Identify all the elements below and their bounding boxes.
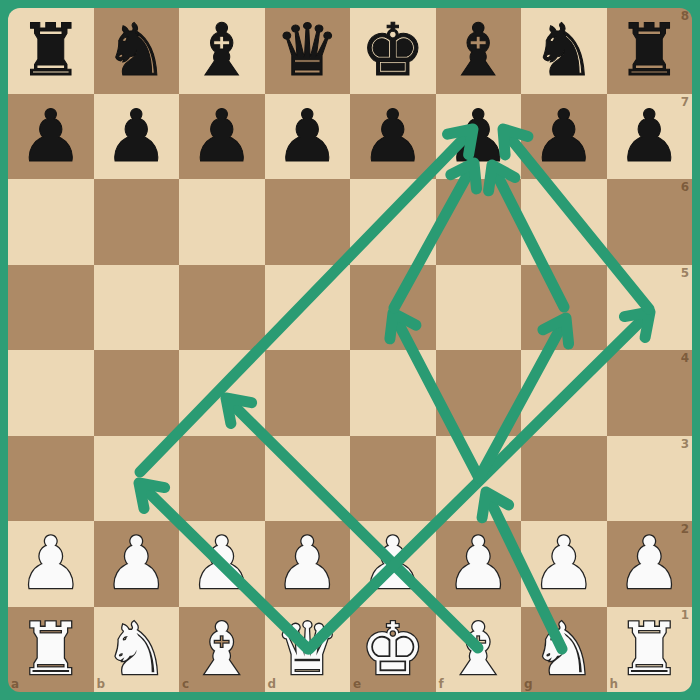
piece-black-knight-b8[interactable]: ♞	[94, 8, 180, 94]
square-f7[interactable]: ♟	[436, 94, 522, 180]
piece-black-rook-h8[interactable]: ♜	[607, 8, 693, 94]
square-h3[interactable]: 3	[607, 436, 693, 522]
piece-black-king-e8[interactable]: ♚	[350, 8, 436, 94]
square-b3[interactable]	[94, 436, 180, 522]
square-h6[interactable]: 6	[607, 179, 693, 265]
chess-board: ♜♞♝♛♚♝♞♜8♟♟♟♟♟♟♟♟76543♟♟♟♟♟♟♟♟2♜a♞b♝c♛d♚…	[8, 8, 692, 692]
square-b4[interactable]	[94, 350, 180, 436]
square-e4[interactable]	[350, 350, 436, 436]
square-d4[interactable]	[265, 350, 351, 436]
square-b7[interactable]: ♟	[94, 94, 180, 180]
file-label-a: a	[11, 677, 19, 691]
piece-black-pawn-a7[interactable]: ♟	[8, 94, 94, 180]
piece-white-pawn-c2[interactable]: ♟	[179, 521, 265, 607]
piece-black-queen-d8[interactable]: ♛	[265, 8, 351, 94]
piece-black-knight-g8[interactable]: ♞	[521, 8, 607, 94]
file-label-g: g	[524, 677, 533, 691]
rank-label-2: 2	[681, 522, 689, 536]
rank-label-1: 1	[681, 608, 689, 622]
square-e3[interactable]	[350, 436, 436, 522]
square-d3[interactable]	[265, 436, 351, 522]
square-c5[interactable]	[179, 265, 265, 351]
square-d7[interactable]: ♟	[265, 94, 351, 180]
piece-white-pawn-e2[interactable]: ♟	[350, 521, 436, 607]
piece-black-bishop-f8[interactable]: ♝	[436, 8, 522, 94]
square-e6[interactable]	[350, 179, 436, 265]
square-d2[interactable]: ♟	[265, 521, 351, 607]
square-b8[interactable]: ♞	[94, 8, 180, 94]
square-h7[interactable]: ♟7	[607, 94, 693, 180]
square-c4[interactable]	[179, 350, 265, 436]
square-c8[interactable]: ♝	[179, 8, 265, 94]
piece-white-rook-h1[interactable]: ♜	[607, 607, 693, 693]
rank-label-8: 8	[681, 9, 689, 23]
square-f1[interactable]: ♝f	[436, 607, 522, 693]
piece-white-knight-b1[interactable]: ♞	[94, 607, 180, 693]
file-label-c: c	[182, 677, 189, 691]
rank-label-6: 6	[681, 180, 689, 194]
square-c2[interactable]: ♟	[179, 521, 265, 607]
file-label-e: e	[353, 677, 361, 691]
rank-label-3: 3	[681, 437, 689, 451]
square-b2[interactable]: ♟	[94, 521, 180, 607]
square-d8[interactable]: ♛	[265, 8, 351, 94]
square-c6[interactable]	[179, 179, 265, 265]
square-e1[interactable]: ♚e	[350, 607, 436, 693]
piece-white-pawn-b2[interactable]: ♟	[94, 521, 180, 607]
square-e2[interactable]: ♟	[350, 521, 436, 607]
square-b5[interactable]	[94, 265, 180, 351]
square-g7[interactable]: ♟	[521, 94, 607, 180]
piece-black-pawn-b7[interactable]: ♟	[94, 94, 180, 180]
square-f4[interactable]	[436, 350, 522, 436]
square-b1[interactable]: ♞b	[94, 607, 180, 693]
square-e5[interactable]	[350, 265, 436, 351]
square-c1[interactable]: ♝c	[179, 607, 265, 693]
piece-white-king-e1[interactable]: ♚	[350, 607, 436, 693]
file-label-h: h	[610, 677, 619, 691]
square-a5[interactable]	[8, 265, 94, 351]
piece-white-pawn-d2[interactable]: ♟	[265, 521, 351, 607]
square-d5[interactable]	[265, 265, 351, 351]
rank-label-5: 5	[681, 266, 689, 280]
piece-black-pawn-d7[interactable]: ♟	[265, 94, 351, 180]
square-a2[interactable]: ♟	[8, 521, 94, 607]
square-g4[interactable]	[521, 350, 607, 436]
square-h2[interactable]: ♟2	[607, 521, 693, 607]
square-f8[interactable]: ♝	[436, 8, 522, 94]
square-d6[interactable]	[265, 179, 351, 265]
square-g6[interactable]	[521, 179, 607, 265]
square-g3[interactable]	[521, 436, 607, 522]
square-g5[interactable]	[521, 265, 607, 351]
square-d1[interactable]: ♛d	[265, 607, 351, 693]
piece-white-bishop-c1[interactable]: ♝	[179, 607, 265, 693]
square-h8[interactable]: ♜8	[607, 8, 693, 94]
piece-white-pawn-g2[interactable]: ♟	[521, 521, 607, 607]
piece-black-bishop-c8[interactable]: ♝	[179, 8, 265, 94]
piece-black-pawn-f7[interactable]: ♟	[436, 94, 522, 180]
piece-black-pawn-h7[interactable]: ♟	[607, 94, 693, 180]
square-f3[interactable]	[436, 436, 522, 522]
square-a3[interactable]	[8, 436, 94, 522]
file-label-f: f	[439, 677, 444, 691]
file-label-b: b	[97, 677, 106, 691]
square-f6[interactable]	[436, 179, 522, 265]
square-h1[interactable]: ♜1h	[607, 607, 693, 693]
square-a8[interactable]: ♜	[8, 8, 94, 94]
square-e8[interactable]: ♚	[350, 8, 436, 94]
piece-white-pawn-f2[interactable]: ♟	[436, 521, 522, 607]
square-a1[interactable]: ♜a	[8, 607, 94, 693]
square-h4[interactable]: 4	[607, 350, 693, 436]
rank-label-7: 7	[681, 95, 689, 109]
square-g1[interactable]: ♞g	[521, 607, 607, 693]
square-h5[interactable]: 5	[607, 265, 693, 351]
square-g8[interactable]: ♞	[521, 8, 607, 94]
piece-black-rook-a8[interactable]: ♜	[8, 8, 94, 94]
square-b6[interactable]	[94, 179, 180, 265]
file-label-d: d	[268, 677, 277, 691]
square-g2[interactable]: ♟	[521, 521, 607, 607]
square-a7[interactable]: ♟	[8, 94, 94, 180]
square-c7[interactable]: ♟	[179, 94, 265, 180]
square-c3[interactable]	[179, 436, 265, 522]
piece-white-knight-g1[interactable]: ♞	[521, 607, 607, 693]
piece-white-rook-a1[interactable]: ♜	[8, 607, 94, 693]
piece-white-queen-d1[interactable]: ♛	[265, 607, 351, 693]
rank-label-4: 4	[681, 351, 689, 365]
square-f5[interactable]	[436, 265, 522, 351]
square-a4[interactable]	[8, 350, 94, 436]
square-f2[interactable]: ♟	[436, 521, 522, 607]
square-e7[interactable]: ♟	[350, 94, 436, 180]
square-a6[interactable]	[8, 179, 94, 265]
piece-white-pawn-h2[interactable]: ♟	[607, 521, 693, 607]
piece-black-pawn-g7[interactable]: ♟	[521, 94, 607, 180]
piece-white-bishop-f1[interactable]: ♝	[436, 607, 522, 693]
piece-white-pawn-a2[interactable]: ♟	[8, 521, 94, 607]
board-frame: ♜♞♝♛♚♝♞♜8♟♟♟♟♟♟♟♟76543♟♟♟♟♟♟♟♟2♜a♞b♝c♛d♚…	[0, 0, 700, 700]
piece-black-pawn-c7[interactable]: ♟	[179, 94, 265, 180]
piece-black-pawn-e7[interactable]: ♟	[350, 94, 436, 180]
